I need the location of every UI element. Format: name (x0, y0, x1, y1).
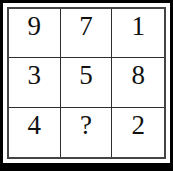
puzzle-grid: 9 7 1 3 5 8 4 ? 2 (7, 7, 166, 159)
cell-r0c1: 7 (61, 9, 113, 58)
cell-r2c1-missing: ? (61, 108, 113, 157)
cell-r1c1: 5 (61, 58, 113, 107)
board-panel: 9 7 1 3 5 8 4 ? 2 (3, 3, 170, 163)
cell-r2c0: 4 (9, 108, 61, 157)
cell-r0c2: 1 (112, 9, 164, 58)
cell-r1c2: 8 (112, 58, 164, 107)
screenshot-frame: 9 7 1 3 5 8 4 ? 2 (0, 0, 173, 171)
cell-r0c0: 9 (9, 9, 61, 58)
cell-r2c2: 2 (112, 108, 164, 157)
cell-r1c0: 3 (9, 58, 61, 107)
